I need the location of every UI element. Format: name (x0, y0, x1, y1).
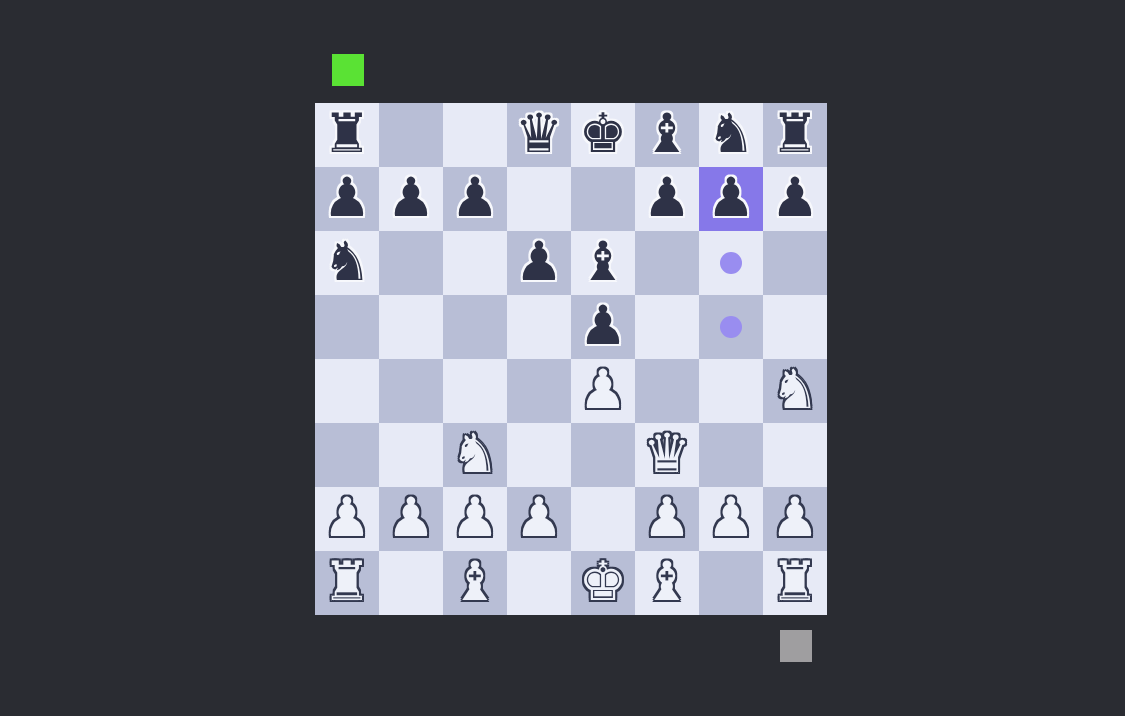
square-e5[interactable]: ♟ (571, 295, 635, 359)
black-pawn-piece[interactable]: ♟ (635, 167, 699, 231)
black-pawn-piece[interactable]: ♟ (379, 167, 443, 231)
square-e2[interactable] (571, 487, 635, 551)
square-a1[interactable]: ♜ (315, 551, 379, 615)
square-g2[interactable]: ♟ (699, 487, 763, 551)
square-d3[interactable] (507, 423, 571, 487)
white-turn-indicator (780, 630, 812, 662)
square-g6[interactable] (699, 231, 763, 295)
square-f8[interactable]: ♝ (635, 103, 699, 167)
square-c8[interactable] (443, 103, 507, 167)
square-h1[interactable]: ♜ (763, 551, 827, 615)
app-background: ♜♛♚♝♞♜♟♟♟♟♟♟♞♟♝♟♟♞♞♛♟♟♟♟♟♟♟♜♝♚♝♜ (0, 0, 1125, 716)
white-pawn-piece[interactable]: ♟ (699, 487, 763, 551)
square-g8[interactable]: ♞ (699, 103, 763, 167)
square-g7[interactable]: ♟ (699, 167, 763, 231)
square-b4[interactable] (379, 359, 443, 423)
white-pawn-piece[interactable]: ♟ (379, 487, 443, 551)
black-bishop-piece[interactable]: ♝ (635, 103, 699, 167)
square-d4[interactable] (507, 359, 571, 423)
square-d6[interactable]: ♟ (507, 231, 571, 295)
square-b5[interactable] (379, 295, 443, 359)
square-c1[interactable]: ♝ (443, 551, 507, 615)
move-hint-dot[interactable] (720, 316, 742, 338)
white-pawn-piece[interactable]: ♟ (571, 359, 635, 423)
black-pawn-piece[interactable]: ♟ (763, 167, 827, 231)
square-b2[interactable]: ♟ (379, 487, 443, 551)
square-f7[interactable]: ♟ (635, 167, 699, 231)
white-pawn-piece[interactable]: ♟ (763, 487, 827, 551)
black-king-piece[interactable]: ♚ (571, 103, 635, 167)
black-pawn-piece[interactable]: ♟ (315, 167, 379, 231)
square-h2[interactable]: ♟ (763, 487, 827, 551)
square-c6[interactable] (443, 231, 507, 295)
square-f2[interactable]: ♟ (635, 487, 699, 551)
square-c4[interactable] (443, 359, 507, 423)
black-pawn-piece[interactable]: ♟ (571, 295, 635, 359)
white-rook-piece[interactable]: ♜ (315, 551, 379, 615)
square-a5[interactable] (315, 295, 379, 359)
square-a7[interactable]: ♟ (315, 167, 379, 231)
square-e1[interactable]: ♚ (571, 551, 635, 615)
square-a8[interactable]: ♜ (315, 103, 379, 167)
square-f6[interactable] (635, 231, 699, 295)
white-king-piece[interactable]: ♚ (571, 551, 635, 615)
square-e4[interactable]: ♟ (571, 359, 635, 423)
chess-board: ♜♛♚♝♞♜♟♟♟♟♟♟♞♟♝♟♟♞♞♛♟♟♟♟♟♟♟♜♝♚♝♜ (315, 103, 827, 615)
square-c3[interactable]: ♞ (443, 423, 507, 487)
square-h7[interactable]: ♟ (763, 167, 827, 231)
square-d1[interactable] (507, 551, 571, 615)
square-g3[interactable] (699, 423, 763, 487)
square-e8[interactable]: ♚ (571, 103, 635, 167)
white-pawn-piece[interactable]: ♟ (507, 487, 571, 551)
white-knight-piece[interactable]: ♞ (763, 359, 827, 423)
square-a2[interactable]: ♟ (315, 487, 379, 551)
white-pawn-piece[interactable]: ♟ (443, 487, 507, 551)
black-rook-piece[interactable]: ♜ (763, 103, 827, 167)
white-pawn-piece[interactable]: ♟ (315, 487, 379, 551)
move-hint-dot[interactable] (720, 252, 742, 274)
square-h8[interactable]: ♜ (763, 103, 827, 167)
square-h4[interactable]: ♞ (763, 359, 827, 423)
white-knight-piece[interactable]: ♞ (443, 423, 507, 487)
square-e6[interactable]: ♝ (571, 231, 635, 295)
black-queen-piece[interactable]: ♛ (507, 103, 571, 167)
square-d5[interactable] (507, 295, 571, 359)
square-d8[interactable]: ♛ (507, 103, 571, 167)
white-pawn-piece[interactable]: ♟ (635, 487, 699, 551)
square-h3[interactable] (763, 423, 827, 487)
white-queen-piece[interactable]: ♛ (635, 423, 699, 487)
black-knight-piece[interactable]: ♞ (699, 103, 763, 167)
black-knight-piece[interactable]: ♞ (315, 231, 379, 295)
square-f4[interactable] (635, 359, 699, 423)
white-bishop-piece[interactable]: ♝ (443, 551, 507, 615)
black-rook-piece[interactable]: ♜ (315, 103, 379, 167)
square-a4[interactable] (315, 359, 379, 423)
square-f1[interactable]: ♝ (635, 551, 699, 615)
square-e7[interactable] (571, 167, 635, 231)
white-bishop-piece[interactable]: ♝ (635, 551, 699, 615)
square-c5[interactable] (443, 295, 507, 359)
square-g1[interactable] (699, 551, 763, 615)
black-pawn-piece[interactable]: ♟ (443, 167, 507, 231)
square-c2[interactable]: ♟ (443, 487, 507, 551)
square-d7[interactable] (507, 167, 571, 231)
square-g4[interactable] (699, 359, 763, 423)
square-b1[interactable] (379, 551, 443, 615)
white-rook-piece[interactable]: ♜ (763, 551, 827, 615)
square-e3[interactable] (571, 423, 635, 487)
square-b8[interactable] (379, 103, 443, 167)
black-pawn-piece[interactable]: ♟ (507, 231, 571, 295)
square-b6[interactable] (379, 231, 443, 295)
square-h6[interactable] (763, 231, 827, 295)
black-bishop-piece[interactable]: ♝ (571, 231, 635, 295)
square-d2[interactable]: ♟ (507, 487, 571, 551)
black-pawn-piece[interactable]: ♟ (699, 167, 763, 231)
square-b3[interactable] (379, 423, 443, 487)
square-f3[interactable]: ♛ (635, 423, 699, 487)
square-h5[interactable] (763, 295, 827, 359)
square-g5[interactable] (699, 295, 763, 359)
black-turn-indicator (332, 54, 364, 86)
square-a6[interactable]: ♞ (315, 231, 379, 295)
square-f5[interactable] (635, 295, 699, 359)
square-b7[interactable]: ♟ (379, 167, 443, 231)
square-c7[interactable]: ♟ (443, 167, 507, 231)
square-a3[interactable] (315, 423, 379, 487)
